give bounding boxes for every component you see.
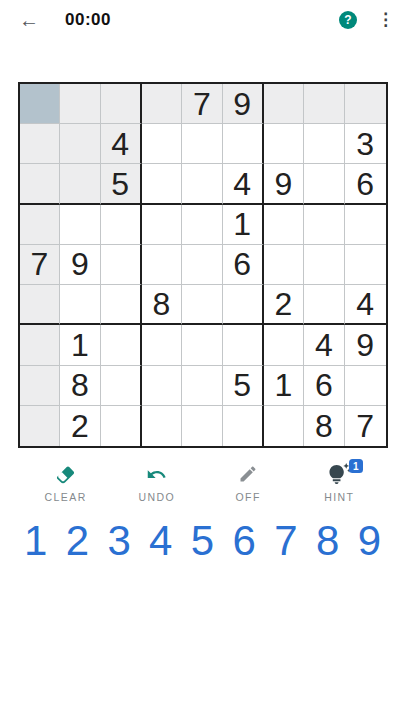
hint-label: HINT [324, 491, 354, 503]
cell-r1c3[interactable] [101, 84, 142, 124]
cell-r5c7[interactable] [264, 245, 305, 285]
cell-r2c5[interactable] [182, 124, 223, 164]
cell-r2c8[interactable] [304, 124, 345, 164]
cell-r8c2[interactable]: 8 [60, 366, 101, 406]
cell-r9c4[interactable] [142, 406, 183, 446]
cell-r4c7[interactable] [264, 205, 305, 245]
cell-r8c6[interactable]: 5 [223, 366, 264, 406]
cell-r8c7[interactable]: 1 [264, 366, 305, 406]
cell-r4c6[interactable]: 1 [223, 205, 264, 245]
kebab-menu-icon[interactable]: ⋮ [377, 11, 391, 29]
toolbar: CLEAR UNDO OFF 1 HINT [0, 463, 405, 503]
cell-r2c7[interactable] [264, 124, 305, 164]
cell-r6c5[interactable] [182, 285, 223, 325]
undo-button[interactable]: UNDO [129, 463, 185, 503]
cell-r6c7[interactable]: 2 [264, 285, 305, 325]
cell-r4c4[interactable] [142, 205, 183, 245]
cell-r7c5[interactable] [182, 325, 223, 365]
cell-r8c3[interactable] [101, 366, 142, 406]
cell-r6c6[interactable] [223, 285, 264, 325]
cell-r8c4[interactable] [142, 366, 183, 406]
cell-r6c3[interactable] [101, 285, 142, 325]
cell-r1c1[interactable] [20, 84, 61, 124]
hint-bulb-icon: 1 [328, 463, 351, 485]
cell-r7c2[interactable]: 1 [60, 325, 101, 365]
cell-r1c4[interactable] [142, 84, 183, 124]
cell-r1c6[interactable]: 9 [223, 84, 264, 124]
clear-label: CLEAR [45, 491, 87, 503]
cell-r9c8[interactable]: 8 [304, 406, 345, 446]
cell-r9c3[interactable] [101, 406, 142, 446]
back-arrow-icon[interactable]: ← [16, 7, 42, 33]
cell-r1c2[interactable] [60, 84, 101, 124]
cell-r2c1[interactable] [20, 124, 61, 164]
cell-r3c9[interactable]: 6 [345, 164, 386, 204]
numpad-digit-6[interactable]: 6 [233, 520, 256, 562]
cell-r5c1[interactable]: 7 [20, 245, 61, 285]
sudoku-board: 7943549617968241498516287 [18, 82, 388, 448]
number-pad: 123456789 [0, 520, 405, 562]
cell-r3c1[interactable] [20, 164, 61, 204]
pencil-icon [238, 463, 258, 485]
cell-r9c1[interactable] [20, 406, 61, 446]
cell-r2c2[interactable] [60, 124, 101, 164]
numpad-digit-8[interactable]: 8 [316, 520, 339, 562]
cell-r6c4[interactable]: 8 [142, 285, 183, 325]
cell-r5c2[interactable]: 9 [60, 245, 101, 285]
cell-r6c8[interactable] [304, 285, 345, 325]
cell-r5c6[interactable]: 6 [223, 245, 264, 285]
app-bar: ← 00:00 ? ⋮ [0, 0, 405, 40]
cell-r5c4[interactable] [142, 245, 183, 285]
cell-r1c9[interactable] [345, 84, 386, 124]
cell-r4c1[interactable] [20, 205, 61, 245]
cell-r7c4[interactable] [142, 325, 183, 365]
numpad-digit-3[interactable]: 3 [107, 520, 130, 562]
numpad-digit-2[interactable]: 2 [66, 520, 89, 562]
numpad-digit-7[interactable]: 7 [274, 520, 297, 562]
cell-r8c5[interactable] [182, 366, 223, 406]
cell-r4c2[interactable] [60, 205, 101, 245]
cell-r9c7[interactable] [264, 406, 305, 446]
numpad-digit-1[interactable]: 1 [24, 520, 47, 562]
cell-r5c3[interactable] [101, 245, 142, 285]
cell-r4c3[interactable] [101, 205, 142, 245]
cell-r8c1[interactable] [20, 366, 61, 406]
cell-r7c7[interactable] [264, 325, 305, 365]
cell-r7c1[interactable] [20, 325, 61, 365]
cell-r5c9[interactable] [345, 245, 386, 285]
cell-r5c8[interactable] [304, 245, 345, 285]
cell-r3c2[interactable] [60, 164, 101, 204]
cell-r6c1[interactable] [20, 285, 61, 325]
cell-r1c8[interactable] [304, 84, 345, 124]
board-container: 7943549617968241498516287 [0, 82, 405, 448]
numpad-digit-4[interactable]: 4 [149, 520, 172, 562]
cell-r2c6[interactable] [223, 124, 264, 164]
cell-r3c6[interactable]: 4 [223, 164, 264, 204]
cell-r7c6[interactable] [223, 325, 264, 365]
numpad-digit-5[interactable]: 5 [191, 520, 214, 562]
clear-button[interactable]: CLEAR [38, 463, 94, 503]
cell-r7c3[interactable] [101, 325, 142, 365]
notes-toggle-button[interactable]: OFF [220, 463, 276, 503]
cell-r3c7[interactable]: 9 [264, 164, 305, 204]
cell-r4c8[interactable] [304, 205, 345, 245]
help-icon[interactable]: ? [339, 11, 357, 29]
cell-r3c4[interactable] [142, 164, 183, 204]
cell-r2c4[interactable] [142, 124, 183, 164]
cell-r8c8[interactable]: 6 [304, 366, 345, 406]
cell-r5c5[interactable] [182, 245, 223, 285]
cell-r3c3[interactable]: 5 [101, 164, 142, 204]
game-timer: 00:00 [65, 10, 111, 30]
numpad-digit-9[interactable]: 9 [358, 520, 381, 562]
cell-r9c6[interactable] [223, 406, 264, 446]
cell-r2c3[interactable]: 4 [101, 124, 142, 164]
notes-state-label: OFF [236, 491, 261, 503]
cell-r6c9[interactable]: 4 [345, 285, 386, 325]
undo-arrow-icon [146, 463, 167, 485]
cell-r9c9[interactable]: 7 [345, 406, 386, 446]
eraser-icon [55, 463, 76, 485]
cell-r2c9[interactable]: 3 [345, 124, 386, 164]
hint-button[interactable]: 1 HINT [311, 463, 367, 503]
cell-r7c9[interactable]: 9 [345, 325, 386, 365]
cell-r4c5[interactable] [182, 205, 223, 245]
cell-r3c5[interactable] [182, 164, 223, 204]
undo-label: UNDO [139, 491, 176, 503]
cell-r8c9[interactable] [345, 366, 386, 406]
cell-r1c5[interactable]: 7 [182, 84, 223, 124]
cell-r4c9[interactable] [345, 205, 386, 245]
cell-r1c7[interactable] [264, 84, 305, 124]
cell-r7c8[interactable]: 4 [304, 325, 345, 365]
hint-count-badge: 1 [349, 459, 363, 473]
cell-r6c2[interactable] [60, 285, 101, 325]
cell-r3c8[interactable] [304, 164, 345, 204]
cell-r9c5[interactable] [182, 406, 223, 446]
cell-r9c2[interactable]: 2 [60, 406, 101, 446]
